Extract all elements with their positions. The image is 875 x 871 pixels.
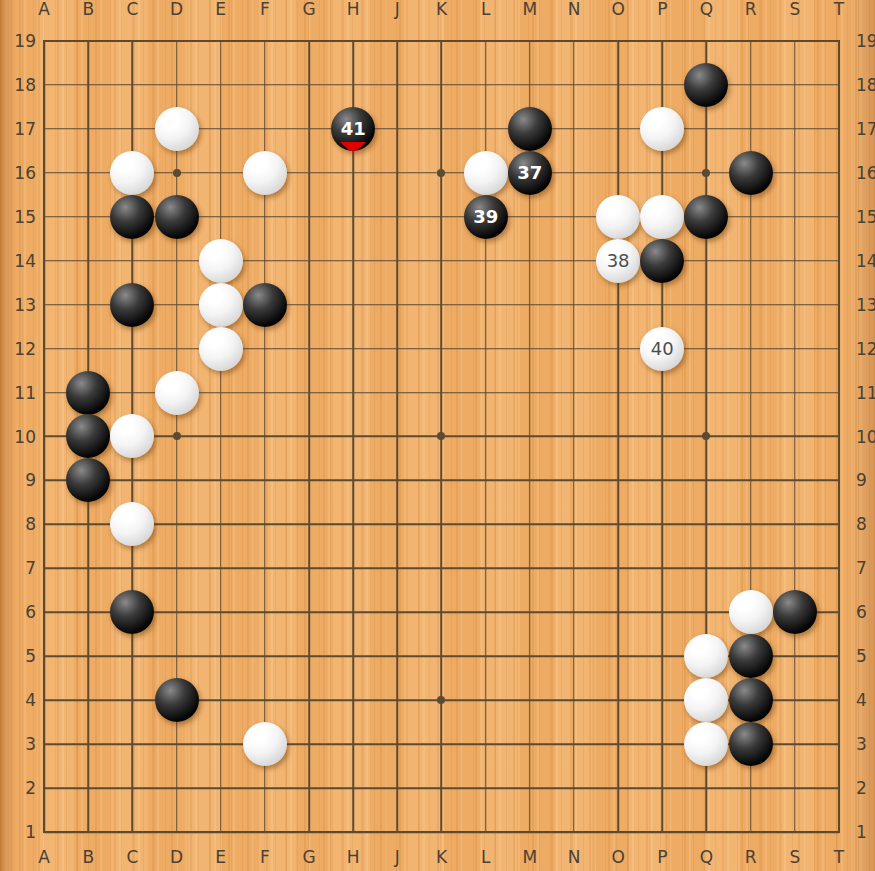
black-stone-C6[interactable] — [110, 590, 154, 634]
white-stone-Q4[interactable] — [684, 678, 728, 722]
intersection-C5[interactable] — [110, 634, 154, 678]
intersection-M1[interactable] — [508, 810, 552, 854]
intersection-K19[interactable] — [419, 19, 463, 63]
intersection-L19[interactable] — [464, 19, 508, 63]
intersection-K4[interactable] — [419, 678, 463, 722]
black-stone-C15[interactable] — [110, 195, 154, 239]
intersection-K2[interactable] — [419, 766, 463, 810]
black-stone-B9[interactable] — [66, 458, 110, 502]
intersection-M13[interactable] — [508, 283, 552, 327]
intersection-C8[interactable] — [110, 502, 154, 546]
intersection-A19[interactable] — [22, 19, 66, 63]
intersection-P13[interactable] — [640, 283, 684, 327]
black-stone-F13[interactable] — [243, 283, 287, 327]
intersection-C18[interactable] — [110, 63, 154, 107]
white-stone-E12[interactable] — [199, 327, 243, 371]
intersection-Q8[interactable] — [684, 502, 728, 546]
intersection-M7[interactable] — [508, 546, 552, 590]
intersection-R1[interactable] — [729, 810, 773, 854]
intersection-S17[interactable] — [773, 107, 817, 151]
intersection-Q19[interactable] — [684, 19, 728, 63]
intersection-C11[interactable] — [110, 371, 154, 415]
intersection-Q3[interactable] — [684, 722, 728, 766]
intersection-N14[interactable] — [552, 239, 596, 283]
intersection-C15[interactable] — [110, 195, 154, 239]
intersection-T9[interactable] — [817, 458, 861, 502]
black-stone-R16[interactable] — [729, 151, 773, 195]
intersection-O10[interactable] — [596, 415, 640, 459]
black-stone-S6[interactable] — [773, 590, 817, 634]
intersection-N9[interactable] — [552, 458, 596, 502]
black-stone-D4[interactable] — [155, 678, 199, 722]
intersection-E10[interactable] — [199, 415, 243, 459]
intersection-O1[interactable] — [596, 810, 640, 854]
intersection-N6[interactable] — [552, 590, 596, 634]
intersection-P19[interactable] — [640, 19, 684, 63]
intersection-L11[interactable] — [464, 371, 508, 415]
intersection-B4[interactable] — [66, 678, 110, 722]
intersection-O13[interactable] — [596, 283, 640, 327]
intersection-J6[interactable] — [375, 590, 419, 634]
intersection-P9[interactable] — [640, 458, 684, 502]
intersection-N16[interactable] — [552, 151, 596, 195]
intersection-J10[interactable] — [375, 415, 419, 459]
intersection-A9[interactable] — [22, 458, 66, 502]
intersection-T15[interactable] — [817, 195, 861, 239]
intersection-R9[interactable] — [729, 458, 773, 502]
intersection-A5[interactable] — [22, 634, 66, 678]
intersection-T1[interactable] — [817, 810, 861, 854]
intersection-R13[interactable] — [729, 283, 773, 327]
intersection-L12[interactable] — [464, 327, 508, 371]
black-stone-P14[interactable] — [640, 239, 684, 283]
intersection-T2[interactable] — [817, 766, 861, 810]
intersection-J13[interactable] — [375, 283, 419, 327]
intersection-A14[interactable] — [22, 239, 66, 283]
intersection-H4[interactable] — [331, 678, 375, 722]
intersection-H13[interactable] — [331, 283, 375, 327]
intersection-F18[interactable] — [243, 63, 287, 107]
intersection-A1[interactable] — [22, 810, 66, 854]
intersection-C19[interactable] — [110, 19, 154, 63]
intersection-M16[interactable]: 37 — [508, 151, 552, 195]
white-stone-Q3[interactable] — [684, 722, 728, 766]
intersection-C13[interactable] — [110, 283, 154, 327]
intersection-C12[interactable] — [110, 327, 154, 371]
intersection-F3[interactable] — [243, 722, 287, 766]
intersection-J8[interactable] — [375, 502, 419, 546]
intersection-T19[interactable] — [817, 19, 861, 63]
intersection-B11[interactable] — [66, 371, 110, 415]
white-stone-P17[interactable] — [640, 107, 684, 151]
intersection-L14[interactable] — [464, 239, 508, 283]
intersection-E9[interactable] — [199, 458, 243, 502]
intersection-H12[interactable] — [331, 327, 375, 371]
intersection-L3[interactable] — [464, 722, 508, 766]
intersection-G1[interactable] — [287, 810, 331, 854]
intersection-F9[interactable] — [243, 458, 287, 502]
intersection-Q6[interactable] — [684, 590, 728, 634]
intersection-R5[interactable] — [729, 634, 773, 678]
intersection-E19[interactable] — [199, 19, 243, 63]
white-stone-C8[interactable] — [110, 502, 154, 546]
intersection-J3[interactable] — [375, 722, 419, 766]
intersection-F5[interactable] — [243, 634, 287, 678]
intersection-O17[interactable] — [596, 107, 640, 151]
intersection-F8[interactable] — [243, 502, 287, 546]
intersection-E5[interactable] — [199, 634, 243, 678]
intersection-P17[interactable] — [640, 107, 684, 151]
intersection-F7[interactable] — [243, 546, 287, 590]
intersection-Q12[interactable] — [684, 327, 728, 371]
intersection-S3[interactable] — [773, 722, 817, 766]
intersection-A16[interactable] — [22, 151, 66, 195]
intersection-C9[interactable] — [110, 458, 154, 502]
intersection-B7[interactable] — [66, 546, 110, 590]
black-stone-R5[interactable] — [729, 634, 773, 678]
black-stone-Q15[interactable] — [684, 195, 728, 239]
intersection-R18[interactable] — [729, 63, 773, 107]
intersection-A6[interactable] — [22, 590, 66, 634]
white-stone-P15[interactable] — [640, 195, 684, 239]
intersection-O8[interactable] — [596, 502, 640, 546]
intersection-G8[interactable] — [287, 502, 331, 546]
intersection-T5[interactable] — [817, 634, 861, 678]
black-stone-M17[interactable] — [508, 107, 552, 151]
intersection-H10[interactable] — [331, 415, 375, 459]
intersection-Q9[interactable] — [684, 458, 728, 502]
intersection-A18[interactable] — [22, 63, 66, 107]
intersection-R14[interactable] — [729, 239, 773, 283]
intersection-P5[interactable] — [640, 634, 684, 678]
intersection-P14[interactable] — [640, 239, 684, 283]
intersection-H16[interactable] — [331, 151, 375, 195]
intersection-K3[interactable] — [419, 722, 463, 766]
intersection-D1[interactable] — [154, 810, 198, 854]
intersection-M5[interactable] — [508, 634, 552, 678]
intersection-L8[interactable] — [464, 502, 508, 546]
intersection-F1[interactable] — [243, 810, 287, 854]
intersection-P15[interactable] — [640, 195, 684, 239]
intersection-F16[interactable] — [243, 151, 287, 195]
intersection-G16[interactable] — [287, 151, 331, 195]
intersection-Q2[interactable] — [684, 766, 728, 810]
intersection-D7[interactable] — [154, 546, 198, 590]
intersection-P16[interactable] — [640, 151, 684, 195]
intersection-E15[interactable] — [199, 195, 243, 239]
intersection-B5[interactable] — [66, 634, 110, 678]
intersection-D13[interactable] — [154, 283, 198, 327]
intersection-E11[interactable] — [199, 371, 243, 415]
intersection-E14[interactable] — [199, 239, 243, 283]
intersection-Q16[interactable] — [684, 151, 728, 195]
intersection-J9[interactable] — [375, 458, 419, 502]
intersection-O12[interactable] — [596, 327, 640, 371]
intersection-E18[interactable] — [199, 63, 243, 107]
intersection-R7[interactable] — [729, 546, 773, 590]
intersection-O2[interactable] — [596, 766, 640, 810]
intersection-G11[interactable] — [287, 371, 331, 415]
intersection-L17[interactable] — [464, 107, 508, 151]
intersection-E1[interactable] — [199, 810, 243, 854]
intersection-R19[interactable] — [729, 19, 773, 63]
intersection-P12[interactable]: 40 — [640, 327, 684, 371]
white-stone-O14[interactable]: 38 — [596, 239, 640, 283]
white-stone-C16[interactable] — [110, 151, 154, 195]
intersection-F14[interactable] — [243, 239, 287, 283]
intersection-P2[interactable] — [640, 766, 684, 810]
intersection-A11[interactable] — [22, 371, 66, 415]
intersection-N1[interactable] — [552, 810, 596, 854]
intersection-M11[interactable] — [508, 371, 552, 415]
intersection-Q17[interactable] — [684, 107, 728, 151]
intersection-T7[interactable] — [817, 546, 861, 590]
intersection-R4[interactable] — [729, 678, 773, 722]
intersection-C3[interactable] — [110, 722, 154, 766]
intersection-D11[interactable] — [154, 371, 198, 415]
intersection-S14[interactable] — [773, 239, 817, 283]
intersection-S11[interactable] — [773, 371, 817, 415]
intersection-J7[interactable] — [375, 546, 419, 590]
intersection-R12[interactable] — [729, 327, 773, 371]
intersection-K7[interactable] — [419, 546, 463, 590]
intersection-L18[interactable] — [464, 63, 508, 107]
intersection-G19[interactable] — [287, 19, 331, 63]
intersection-M8[interactable] — [508, 502, 552, 546]
intersection-A13[interactable] — [22, 283, 66, 327]
intersection-J16[interactable] — [375, 151, 419, 195]
intersection-D6[interactable] — [154, 590, 198, 634]
intersection-G9[interactable] — [287, 458, 331, 502]
intersection-K11[interactable] — [419, 371, 463, 415]
intersection-S9[interactable] — [773, 458, 817, 502]
intersection-J17[interactable] — [375, 107, 419, 151]
intersection-Q4[interactable] — [684, 678, 728, 722]
intersection-S12[interactable] — [773, 327, 817, 371]
intersection-E4[interactable] — [199, 678, 243, 722]
black-stone-C13[interactable] — [110, 283, 154, 327]
intersection-F4[interactable] — [243, 678, 287, 722]
intersection-G10[interactable] — [287, 415, 331, 459]
intersection-C17[interactable] — [110, 107, 154, 151]
intersection-B18[interactable] — [66, 63, 110, 107]
intersection-J19[interactable] — [375, 19, 419, 63]
intersection-B2[interactable] — [66, 766, 110, 810]
intersection-Q1[interactable] — [684, 810, 728, 854]
intersection-N5[interactable] — [552, 634, 596, 678]
intersection-P1[interactable] — [640, 810, 684, 854]
intersection-S13[interactable] — [773, 283, 817, 327]
intersection-K18[interactable] — [419, 63, 463, 107]
intersection-R11[interactable] — [729, 371, 773, 415]
intersection-E2[interactable] — [199, 766, 243, 810]
black-stone-Q18[interactable] — [684, 63, 728, 107]
intersection-D8[interactable] — [154, 502, 198, 546]
intersection-K9[interactable] — [419, 458, 463, 502]
intersection-D18[interactable] — [154, 63, 198, 107]
intersection-G13[interactable] — [287, 283, 331, 327]
intersection-J14[interactable] — [375, 239, 419, 283]
intersection-E3[interactable] — [199, 722, 243, 766]
intersection-F13[interactable] — [243, 283, 287, 327]
white-stone-D17[interactable] — [155, 107, 199, 151]
white-stone-O15[interactable] — [596, 195, 640, 239]
white-stone-Q5[interactable] — [684, 634, 728, 678]
intersection-C16[interactable] — [110, 151, 154, 195]
intersection-G2[interactable] — [287, 766, 331, 810]
intersection-N7[interactable] — [552, 546, 596, 590]
intersection-B19[interactable] — [66, 19, 110, 63]
intersection-F17[interactable] — [243, 107, 287, 151]
intersection-A10[interactable] — [22, 415, 66, 459]
intersection-F12[interactable] — [243, 327, 287, 371]
intersection-S10[interactable] — [773, 415, 817, 459]
intersection-P10[interactable] — [640, 415, 684, 459]
intersection-B8[interactable] — [66, 502, 110, 546]
intersection-M18[interactable] — [508, 63, 552, 107]
intersection-K10[interactable] — [419, 415, 463, 459]
intersection-O18[interactable] — [596, 63, 640, 107]
intersection-M12[interactable] — [508, 327, 552, 371]
intersection-H14[interactable] — [331, 239, 375, 283]
intersection-T16[interactable] — [817, 151, 861, 195]
intersection-D14[interactable] — [154, 239, 198, 283]
intersection-J12[interactable] — [375, 327, 419, 371]
intersection-S1[interactable] — [773, 810, 817, 854]
intersection-L4[interactable] — [464, 678, 508, 722]
intersection-M2[interactable] — [508, 766, 552, 810]
white-stone-P12[interactable]: 40 — [640, 327, 684, 371]
intersection-H3[interactable] — [331, 722, 375, 766]
intersection-L7[interactable] — [464, 546, 508, 590]
intersection-N18[interactable] — [552, 63, 596, 107]
intersection-L5[interactable] — [464, 634, 508, 678]
intersection-N12[interactable] — [552, 327, 596, 371]
intersection-M15[interactable] — [508, 195, 552, 239]
intersection-T13[interactable] — [817, 283, 861, 327]
intersection-S19[interactable] — [773, 19, 817, 63]
intersection-K17[interactable] — [419, 107, 463, 151]
intersection-P3[interactable] — [640, 722, 684, 766]
intersection-E16[interactable] — [199, 151, 243, 195]
intersection-H2[interactable] — [331, 766, 375, 810]
intersection-S5[interactable] — [773, 634, 817, 678]
intersection-S8[interactable] — [773, 502, 817, 546]
intersection-D5[interactable] — [154, 634, 198, 678]
intersection-T10[interactable] — [817, 415, 861, 459]
white-stone-E13[interactable] — [199, 283, 243, 327]
intersection-S15[interactable] — [773, 195, 817, 239]
intersection-Q14[interactable] — [684, 239, 728, 283]
intersection-K14[interactable] — [419, 239, 463, 283]
intersection-K13[interactable] — [419, 283, 463, 327]
intersection-D3[interactable] — [154, 722, 198, 766]
intersection-G15[interactable] — [287, 195, 331, 239]
intersection-K6[interactable] — [419, 590, 463, 634]
intersection-G14[interactable] — [287, 239, 331, 283]
intersection-J18[interactable] — [375, 63, 419, 107]
intersection-J5[interactable] — [375, 634, 419, 678]
intersection-A15[interactable] — [22, 195, 66, 239]
intersection-N11[interactable] — [552, 371, 596, 415]
intersection-A12[interactable] — [22, 327, 66, 371]
intersection-N4[interactable] — [552, 678, 596, 722]
intersection-O14[interactable]: 38 — [596, 239, 640, 283]
black-stone-H17[interactable]: 41 — [331, 107, 375, 151]
intersection-C6[interactable] — [110, 590, 154, 634]
intersection-S7[interactable] — [773, 546, 817, 590]
intersection-M9[interactable] — [508, 458, 552, 502]
intersection-T4[interactable] — [817, 678, 861, 722]
go-board[interactable]: 4137393840 — [22, 19, 861, 854]
intersection-E13[interactable] — [199, 283, 243, 327]
intersection-A7[interactable] — [22, 546, 66, 590]
intersection-H6[interactable] — [331, 590, 375, 634]
intersection-S16[interactable] — [773, 151, 817, 195]
white-stone-L16[interactable] — [464, 151, 508, 195]
intersection-L10[interactable] — [464, 415, 508, 459]
black-stone-L15[interactable]: 39 — [464, 195, 508, 239]
intersection-O19[interactable] — [596, 19, 640, 63]
intersection-J2[interactable] — [375, 766, 419, 810]
intersection-M19[interactable] — [508, 19, 552, 63]
intersection-K1[interactable] — [419, 810, 463, 854]
intersection-R2[interactable] — [729, 766, 773, 810]
white-stone-F3[interactable] — [243, 722, 287, 766]
intersection-R6[interactable] — [729, 590, 773, 634]
intersection-O3[interactable] — [596, 722, 640, 766]
intersection-K16[interactable] — [419, 151, 463, 195]
intersection-S4[interactable] — [773, 678, 817, 722]
intersection-N17[interactable] — [552, 107, 596, 151]
intersection-K15[interactable] — [419, 195, 463, 239]
intersection-D19[interactable] — [154, 19, 198, 63]
intersection-R15[interactable] — [729, 195, 773, 239]
white-stone-C10[interactable] — [110, 414, 154, 458]
intersection-Q15[interactable] — [684, 195, 728, 239]
intersection-T6[interactable] — [817, 590, 861, 634]
intersection-G4[interactable] — [287, 678, 331, 722]
intersection-O16[interactable] — [596, 151, 640, 195]
intersection-L15[interactable]: 39 — [464, 195, 508, 239]
intersection-H19[interactable] — [331, 19, 375, 63]
intersection-L2[interactable] — [464, 766, 508, 810]
intersection-A4[interactable] — [22, 678, 66, 722]
intersection-C2[interactable] — [110, 766, 154, 810]
intersection-G5[interactable] — [287, 634, 331, 678]
intersection-E17[interactable] — [199, 107, 243, 151]
intersection-L1[interactable] — [464, 810, 508, 854]
black-stone-D15[interactable] — [155, 195, 199, 239]
intersection-P11[interactable] — [640, 371, 684, 415]
intersection-H9[interactable] — [331, 458, 375, 502]
intersection-K12[interactable] — [419, 327, 463, 371]
intersection-H15[interactable] — [331, 195, 375, 239]
intersection-M17[interactable] — [508, 107, 552, 151]
intersection-L16[interactable] — [464, 151, 508, 195]
intersection-G12[interactable] — [287, 327, 331, 371]
intersection-C4[interactable] — [110, 678, 154, 722]
intersection-K8[interactable] — [419, 502, 463, 546]
intersection-E12[interactable] — [199, 327, 243, 371]
intersection-E6[interactable] — [199, 590, 243, 634]
intersection-S2[interactable] — [773, 766, 817, 810]
intersection-T17[interactable] — [817, 107, 861, 151]
black-stone-R3[interactable] — [729, 722, 773, 766]
intersection-G3[interactable] — [287, 722, 331, 766]
intersection-A2[interactable] — [22, 766, 66, 810]
intersection-M6[interactable] — [508, 590, 552, 634]
